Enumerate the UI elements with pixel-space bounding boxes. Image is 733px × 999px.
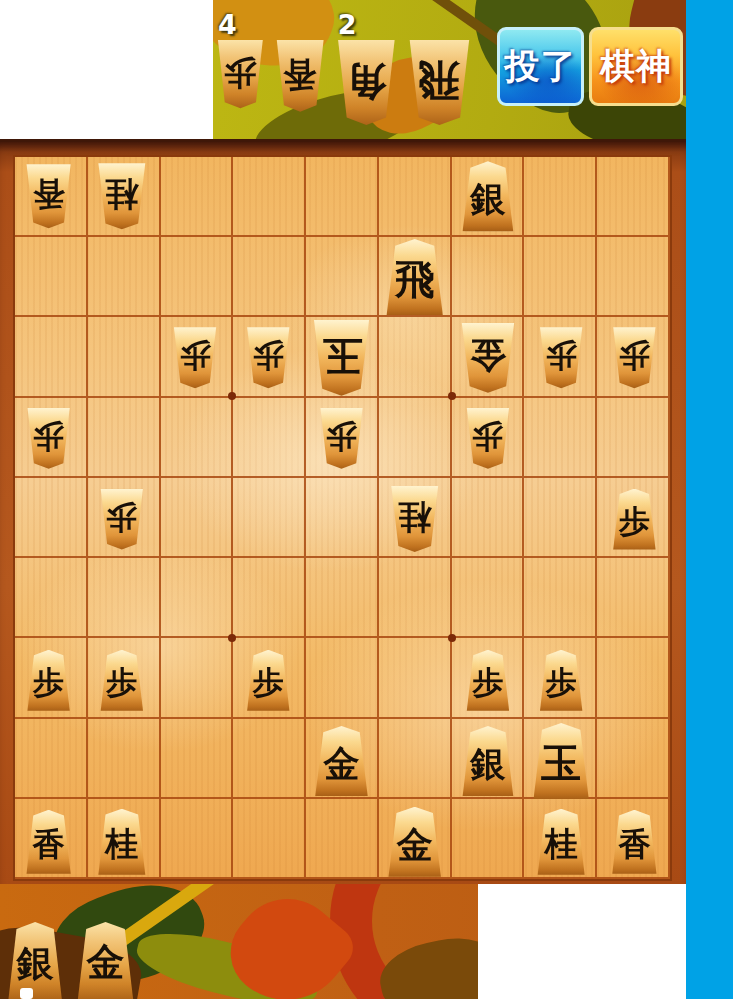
board-square[interactable] <box>15 317 88 397</box>
shogi-app: 香桂銀飛歩歩玉金歩歩歩歩歩歩桂歩歩歩歩歩歩金銀玉香桂金桂香 歩4香角2飛 銀金 … <box>0 0 733 999</box>
hand-piece-rook-gote[interactable]: 飛 <box>407 40 472 125</box>
piece-kanji: 銀 <box>470 181 505 216</box>
piece-kanji: 角 <box>346 60 386 100</box>
board-square[interactable] <box>524 157 597 237</box>
board-square[interactable] <box>233 558 306 638</box>
piece-kanji: 歩 <box>472 667 503 698</box>
piece-kanji: 金 <box>470 337 506 373</box>
hand-slot: 銀 <box>6 922 64 999</box>
board-square[interactable] <box>379 638 452 718</box>
piece-kanji: 金 <box>87 945 125 983</box>
board-square[interactable] <box>379 398 452 478</box>
hoshi-dot <box>448 392 456 400</box>
board-square[interactable] <box>452 478 525 558</box>
piece-kanji: 歩 <box>472 421 503 452</box>
hand-piece-lance-gote[interactable]: 香 <box>275 40 326 112</box>
board-square[interactable] <box>597 638 670 718</box>
board-square[interactable] <box>306 237 379 317</box>
piece-kanji: 金 <box>324 745 360 781</box>
piece-kanji: 香 <box>283 57 317 91</box>
board-square[interactable] <box>597 237 670 317</box>
hand-piece-pawn-gote[interactable]: 歩 <box>216 40 265 108</box>
hand-slot: 金 <box>75 922 135 999</box>
piece-kanji: 銀 <box>470 746 505 781</box>
right-blue-bar <box>686 0 733 999</box>
piece-kanji: 歩 <box>106 502 137 533</box>
board-square[interactable] <box>452 558 525 638</box>
piece-kanji: 歩 <box>253 667 284 698</box>
board-square[interactable] <box>15 719 88 799</box>
board-square[interactable] <box>88 558 161 638</box>
hand-slot: 角2 <box>336 40 397 125</box>
board-square[interactable] <box>452 799 525 879</box>
piece-kanji: 香 <box>33 178 65 210</box>
board-square[interactable] <box>233 719 306 799</box>
resign-button-label: 投了 <box>505 43 577 90</box>
board-square[interactable] <box>379 157 452 237</box>
piece-kanji: 香 <box>33 828 65 860</box>
shogi-board: 香桂銀飛歩歩玉金歩歩歩歩歩歩桂歩歩歩歩歩歩金銀玉香桂金桂香 <box>0 139 686 884</box>
piece-kanji: 香 <box>618 828 650 860</box>
hoshi-dot <box>228 634 236 642</box>
board-square[interactable] <box>161 558 234 638</box>
board-square[interactable] <box>161 638 234 718</box>
board-square[interactable] <box>233 478 306 558</box>
piece-kanji: 歩 <box>326 421 357 452</box>
board-square[interactable] <box>452 237 525 317</box>
board-square[interactable] <box>379 317 452 397</box>
board-square[interactable] <box>524 398 597 478</box>
board-square[interactable] <box>597 157 670 237</box>
hoshi-dot <box>448 634 456 642</box>
board-square[interactable] <box>306 478 379 558</box>
piece-kanji: 玉 <box>541 743 581 783</box>
board-square[interactable] <box>161 799 234 879</box>
board-square[interactable] <box>597 558 670 638</box>
board-square[interactable] <box>306 558 379 638</box>
board-square[interactable] <box>161 157 234 237</box>
piece-kanji: 歩 <box>546 340 577 371</box>
piece-kanji: 歩 <box>619 505 650 536</box>
gote-captured-tray: 歩4香角2飛 <box>216 40 472 125</box>
board-square[interactable] <box>306 157 379 237</box>
piece-kanji: 歩 <box>180 340 211 371</box>
piece-kanji: 歩 <box>224 56 257 89</box>
hand-count-badge: 2 <box>338 9 357 40</box>
board-square[interactable] <box>379 558 452 638</box>
hand-piece-bishop-gote[interactable]: 角 <box>336 40 397 125</box>
board-square[interactable] <box>88 398 161 478</box>
board-square[interactable] <box>15 237 88 317</box>
board-square[interactable] <box>597 719 670 799</box>
hand-count-clipped <box>20 988 33 999</box>
piece-kanji: 桂 <box>105 827 138 860</box>
board-square[interactable] <box>524 478 597 558</box>
board-square[interactable] <box>597 398 670 478</box>
piece-kanji: 歩 <box>253 340 284 371</box>
piece-kanji: 歩 <box>106 667 137 698</box>
hoshi-dot <box>228 392 236 400</box>
board-square[interactable] <box>161 478 234 558</box>
board-square[interactable] <box>161 398 234 478</box>
piece-kanji: 金 <box>397 826 433 862</box>
hand-slot: 香 <box>275 40 326 112</box>
board-square[interactable] <box>524 237 597 317</box>
hand-piece-silver-sente[interactable]: 銀 <box>6 922 64 999</box>
piece-kanji: 飛 <box>418 59 460 101</box>
board-square[interactable] <box>15 478 88 558</box>
board-square[interactable] <box>233 237 306 317</box>
board-square[interactable] <box>88 237 161 317</box>
piece-kanji: 桂 <box>398 501 431 534</box>
board-square[interactable] <box>15 558 88 638</box>
resign-button[interactable]: 投了 <box>497 27 584 106</box>
hand-piece-gold-sente[interactable]: 金 <box>75 922 135 999</box>
piece-kanji: 歩 <box>33 421 64 452</box>
board-square[interactable] <box>379 719 452 799</box>
piece-kanji: 歩 <box>546 667 577 698</box>
piece-kanji: 歩 <box>619 340 650 371</box>
piece-kanji: 歩 <box>33 667 64 698</box>
board-square[interactable] <box>161 719 234 799</box>
kishin-button-label: 棋神 <box>600 43 672 90</box>
piece-kanji: 飛 <box>395 259 435 299</box>
board-square[interactable] <box>88 317 161 397</box>
hand-count-badge: 4 <box>218 9 237 40</box>
piece-kanji: 銀 <box>17 945 54 982</box>
board-square[interactable] <box>88 719 161 799</box>
board-square[interactable] <box>306 799 379 879</box>
board-square[interactable] <box>233 157 306 237</box>
hand-slot: 飛 <box>407 40 472 125</box>
piece-kanji: 玉 <box>322 335 362 375</box>
board-square[interactable] <box>524 558 597 638</box>
background-bottom-white <box>478 881 686 999</box>
kishin-button[interactable]: 棋神 <box>589 27 683 106</box>
board-square[interactable] <box>233 398 306 478</box>
hand-slot: 歩4 <box>216 40 265 108</box>
board-square[interactable] <box>233 799 306 879</box>
board-square[interactable] <box>161 237 234 317</box>
piece-kanji: 桂 <box>105 178 138 211</box>
board-square[interactable] <box>306 638 379 718</box>
piece-kanji: 桂 <box>545 827 578 860</box>
